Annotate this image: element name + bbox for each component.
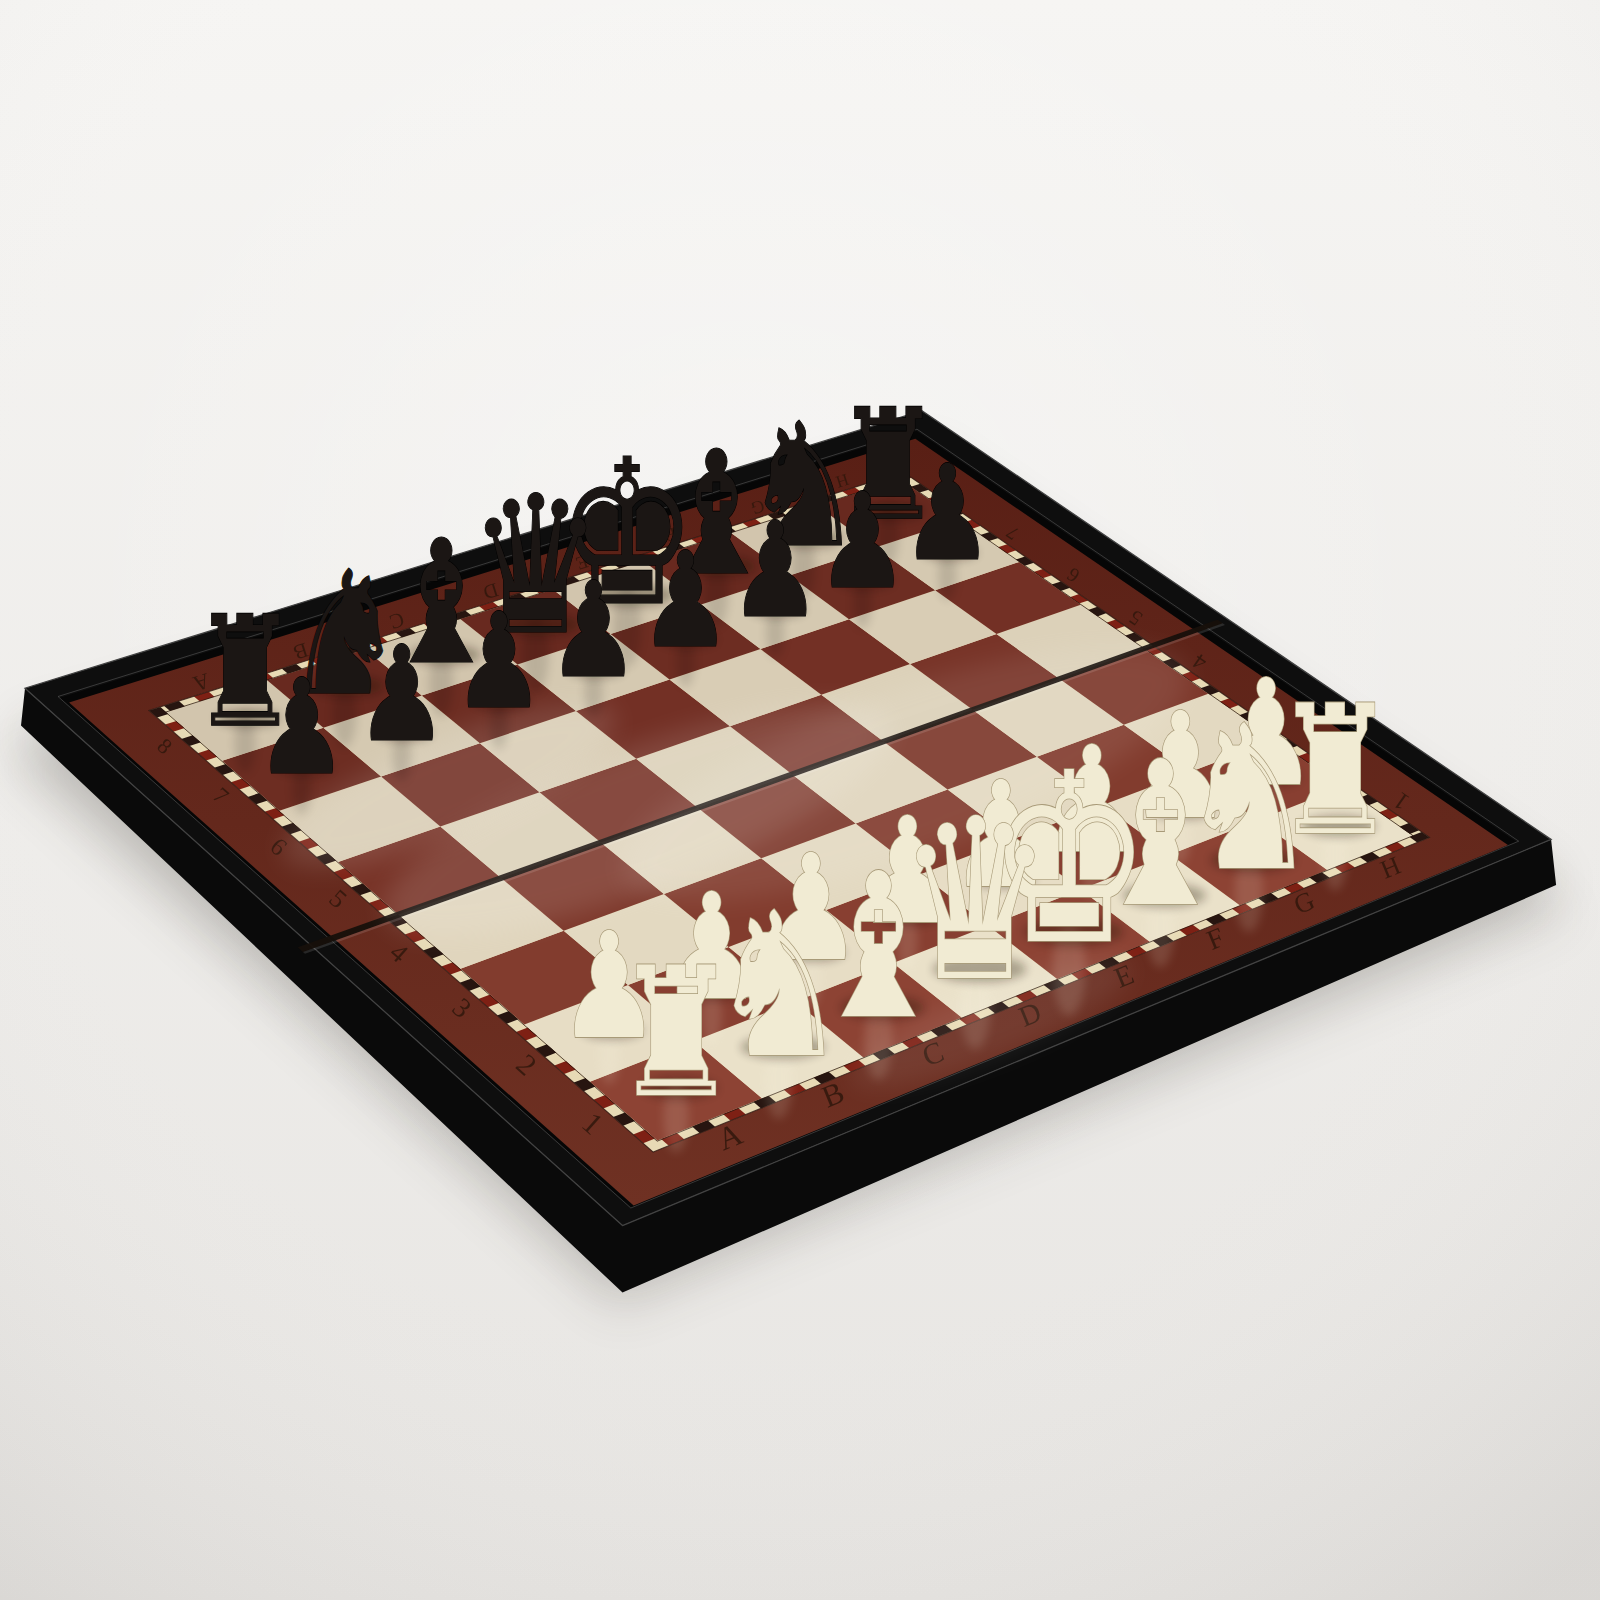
svg-text:♟: ♟ xyxy=(639,523,731,677)
svg-text:♟: ♟ xyxy=(901,436,993,590)
svg-text:♟: ♟ xyxy=(256,650,348,804)
piece-black-pawn-h7: ♟ xyxy=(901,436,993,601)
svg-text:♟: ♟ xyxy=(453,585,545,739)
svg-text:♟: ♟ xyxy=(816,464,908,618)
piece-black-pawn-c7: ♟ xyxy=(453,585,545,750)
piece-black-pawn-f7: ♟ xyxy=(729,493,821,658)
piece-white-rook-a1: ♜ xyxy=(613,929,738,1152)
chess-set-photo: AABBCCDDEEFFGGHH1122334455667788♜♞♟♝♟♚♟♛… xyxy=(0,0,1600,1600)
piece-black-pawn-g7: ♟ xyxy=(816,464,908,629)
svg-text:♜: ♜ xyxy=(613,929,738,1138)
piece-black-pawn-d7: ♟ xyxy=(547,553,639,718)
svg-text:♟: ♟ xyxy=(547,553,639,707)
piece-black-pawn-b7: ♟ xyxy=(356,617,448,782)
svg-text:♟: ♟ xyxy=(729,493,821,647)
svg-text:♟: ♟ xyxy=(356,617,448,771)
piece-black-pawn-a7: ♟ xyxy=(256,650,348,815)
piece-black-pawn-e7: ♟ xyxy=(639,523,731,688)
board-scene: AABBCCDDEEFFGGHH1122334455667788♜♞♟♝♟♚♟♛… xyxy=(0,0,1600,1600)
